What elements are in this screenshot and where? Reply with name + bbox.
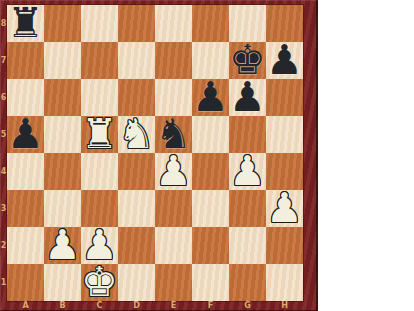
square-f2[interactable] <box>192 227 229 264</box>
white-pawn[interactable]: ♟ <box>155 153 192 190</box>
square-b6[interactable] <box>44 79 81 116</box>
square-e5[interactable]: ♞ <box>155 116 192 153</box>
black-knight[interactable]: ♞ <box>155 116 192 153</box>
square-d5[interactable]: ♞ <box>118 116 155 153</box>
square-f1[interactable] <box>192 264 229 301</box>
square-e6[interactable] <box>155 79 192 116</box>
square-c2[interactable]: ♟ <box>81 227 118 264</box>
white-pawn[interactable]: ♟ <box>229 153 266 190</box>
square-f7[interactable] <box>192 42 229 79</box>
square-c3[interactable] <box>81 190 118 227</box>
square-d6[interactable] <box>118 79 155 116</box>
rank-label-6: 6 <box>0 79 7 116</box>
square-h7[interactable]: ♟ <box>266 42 303 79</box>
white-rook[interactable]: ♜ <box>81 116 118 153</box>
black-rook[interactable]: ♜ <box>7 5 44 42</box>
file-label-b: B <box>44 300 81 311</box>
black-pawn[interactable]: ♟ <box>7 116 44 153</box>
square-d1[interactable] <box>118 264 155 301</box>
file-label-c: C <box>81 300 118 311</box>
square-f3[interactable] <box>192 190 229 227</box>
white-pawn[interactable]: ♟ <box>266 190 303 227</box>
square-b3[interactable] <box>44 190 81 227</box>
square-b7[interactable] <box>44 42 81 79</box>
square-f4[interactable] <box>192 153 229 190</box>
square-a2[interactable] <box>7 227 44 264</box>
square-h5[interactable] <box>266 116 303 153</box>
file-label-d: D <box>118 300 155 311</box>
square-g1[interactable] <box>229 264 266 301</box>
page-background: ♜♚♟♟♟♟♜♞♞♟♟♟♟♟♚ 87654321 ABCDEFGH <box>0 0 414 311</box>
file-label-e: E <box>155 300 192 311</box>
square-e7[interactable] <box>155 42 192 79</box>
square-g5[interactable] <box>229 116 266 153</box>
rank-label-5: 5 <box>0 116 7 153</box>
rank-label-8: 8 <box>0 5 7 42</box>
square-f6[interactable]: ♟ <box>192 79 229 116</box>
square-a4[interactable] <box>7 153 44 190</box>
white-knight[interactable]: ♞ <box>118 116 155 153</box>
square-c4[interactable] <box>81 153 118 190</box>
file-label-f: F <box>192 300 229 311</box>
file-label-h: H <box>266 300 303 311</box>
square-c5[interactable]: ♜ <box>81 116 118 153</box>
square-e8[interactable] <box>155 5 192 42</box>
rank-label-3: 3 <box>0 190 7 227</box>
square-h6[interactable] <box>266 79 303 116</box>
square-b1[interactable] <box>44 264 81 301</box>
black-pawn[interactable]: ♟ <box>266 42 303 79</box>
square-b5[interactable] <box>44 116 81 153</box>
file-label-a: A <box>7 300 44 311</box>
square-f8[interactable] <box>192 5 229 42</box>
white-king[interactable]: ♚ <box>81 264 118 301</box>
file-coordinates: ABCDEFGH <box>7 300 303 311</box>
square-b2[interactable]: ♟ <box>44 227 81 264</box>
rank-label-1: 1 <box>0 264 7 301</box>
square-g4[interactable]: ♟ <box>229 153 266 190</box>
square-d2[interactable] <box>118 227 155 264</box>
square-b8[interactable] <box>44 5 81 42</box>
square-e2[interactable] <box>155 227 192 264</box>
square-a7[interactable] <box>7 42 44 79</box>
square-h2[interactable] <box>266 227 303 264</box>
square-d8[interactable] <box>118 5 155 42</box>
square-a6[interactable] <box>7 79 44 116</box>
rank-label-2: 2 <box>0 227 7 264</box>
chess-board: ♜♚♟♟♟♟♜♞♞♟♟♟♟♟♚ 87654321 ABCDEFGH <box>0 0 318 311</box>
square-f5[interactable] <box>192 116 229 153</box>
square-a8[interactable]: ♜ <box>7 5 44 42</box>
square-h3[interactable]: ♟ <box>266 190 303 227</box>
square-g8[interactable] <box>229 5 266 42</box>
square-c1[interactable]: ♚ <box>81 264 118 301</box>
square-h1[interactable] <box>266 264 303 301</box>
square-e4[interactable]: ♟ <box>155 153 192 190</box>
square-c8[interactable] <box>81 5 118 42</box>
square-d4[interactable] <box>118 153 155 190</box>
square-g7[interactable]: ♚ <box>229 42 266 79</box>
square-e3[interactable] <box>155 190 192 227</box>
square-a1[interactable] <box>7 264 44 301</box>
file-label-g: G <box>229 300 266 311</box>
board-squares: ♜♚♟♟♟♟♜♞♞♟♟♟♟♟♚ <box>7 5 303 301</box>
rank-label-4: 4 <box>0 153 7 190</box>
black-king[interactable]: ♚ <box>229 42 266 79</box>
rank-coordinates: 87654321 <box>0 5 7 301</box>
square-h8[interactable] <box>266 5 303 42</box>
square-h4[interactable] <box>266 153 303 190</box>
rank-label-7: 7 <box>0 42 7 79</box>
square-d7[interactable] <box>118 42 155 79</box>
square-b4[interactable] <box>44 153 81 190</box>
white-pawn[interactable]: ♟ <box>44 227 81 264</box>
square-c7[interactable] <box>81 42 118 79</box>
square-d3[interactable] <box>118 190 155 227</box>
square-a5[interactable]: ♟ <box>7 116 44 153</box>
square-c6[interactable] <box>81 79 118 116</box>
square-g6[interactable]: ♟ <box>229 79 266 116</box>
white-pawn[interactable]: ♟ <box>81 227 118 264</box>
square-g3[interactable] <box>229 190 266 227</box>
black-pawn[interactable]: ♟ <box>192 79 229 116</box>
square-g2[interactable] <box>229 227 266 264</box>
square-e1[interactable] <box>155 264 192 301</box>
black-pawn[interactable]: ♟ <box>229 79 266 116</box>
square-a3[interactable] <box>7 190 44 227</box>
